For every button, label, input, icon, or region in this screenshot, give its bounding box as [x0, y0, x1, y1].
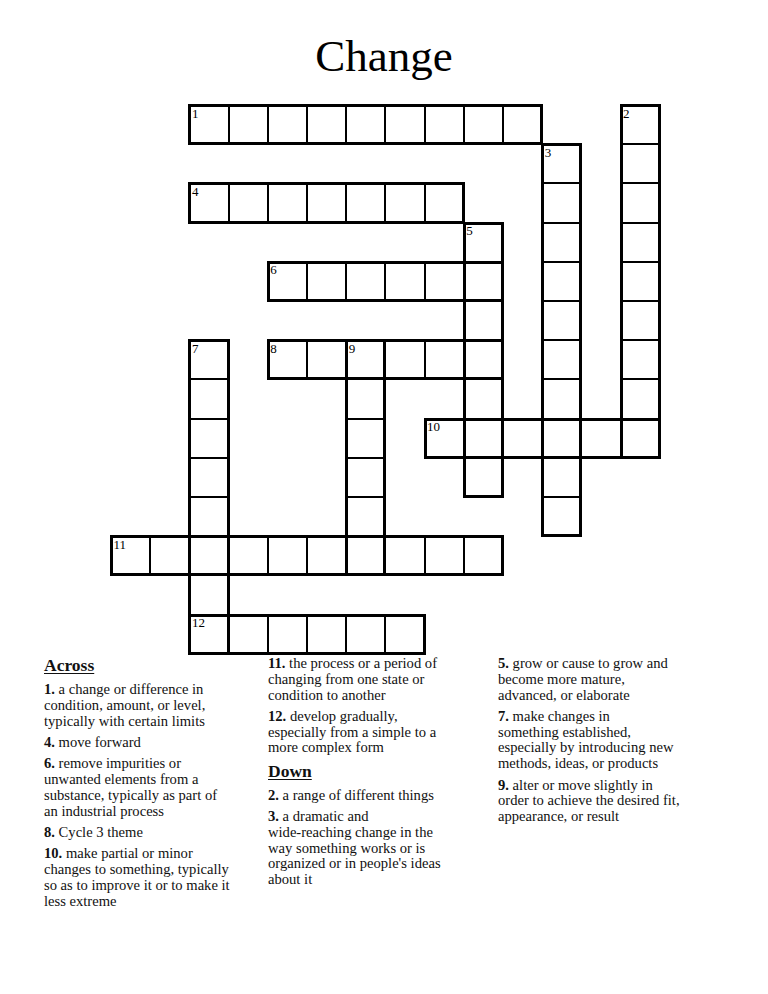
grid-cell[interactable]	[188, 182, 229, 223]
grid-cell[interactable]	[620, 339, 661, 380]
clue-across-1: 1. a change or difference in condition, …	[44, 682, 263, 729]
grid-cell[interactable]	[620, 104, 661, 145]
grid-cell[interactable]	[306, 339, 347, 380]
clue-down-2: 2. a range of different things	[268, 788, 488, 804]
grid-cell[interactable]	[188, 378, 229, 419]
grid-cell[interactable]	[424, 104, 465, 145]
grid-cell[interactable]	[463, 222, 504, 263]
crossword-page: Change 123456789101112 Across1. a change…	[0, 0, 768, 994]
down-heading: Down	[268, 762, 488, 780]
grid-cell[interactable]	[620, 300, 661, 341]
grid-cell[interactable]	[188, 574, 229, 615]
grid-cell[interactable]	[541, 339, 582, 380]
grid-cell[interactable]	[384, 261, 425, 302]
grid-cell[interactable]	[424, 418, 465, 459]
clue-column-1: Across1. a change or difference in condi…	[44, 656, 263, 915]
grid-cell[interactable]	[228, 104, 269, 145]
grid-cell[interactable]	[188, 535, 229, 576]
grid-cell[interactable]	[306, 182, 347, 223]
clue-down-5: 5. grow or cause to grow and become more…	[498, 656, 722, 703]
grid-cell[interactable]	[541, 457, 582, 498]
grid-cell[interactable]	[424, 535, 465, 576]
grid-cell[interactable]	[345, 378, 386, 419]
grid-cell[interactable]	[267, 339, 308, 380]
grid-cell[interactable]	[463, 457, 504, 498]
grid-cell[interactable]	[188, 104, 229, 145]
clue-across-12: 12. develop gradually, especially from a…	[268, 709, 488, 756]
grid-cell[interactable]	[580, 418, 621, 459]
grid-cell[interactable]	[463, 378, 504, 419]
grid-cell[interactable]	[306, 104, 347, 145]
grid-cell[interactable]	[345, 614, 386, 655]
grid-cell[interactable]	[267, 104, 308, 145]
grid-cell[interactable]	[541, 222, 582, 263]
grid-cell[interactable]	[541, 143, 582, 184]
grid-cell[interactable]	[267, 614, 308, 655]
grid-cell[interactable]	[384, 104, 425, 145]
grid-cell[interactable]	[463, 418, 504, 459]
grid-cell[interactable]	[110, 535, 151, 576]
grid-cell[interactable]	[188, 457, 229, 498]
grid-cell[interactable]	[149, 535, 190, 576]
grid-cell[interactable]	[502, 418, 543, 459]
grid-cell[interactable]	[267, 535, 308, 576]
grid-cell[interactable]	[345, 418, 386, 459]
grid-cell[interactable]	[463, 104, 504, 145]
grid-cell[interactable]	[463, 300, 504, 341]
grid-cell[interactable]	[620, 143, 661, 184]
grid-cell[interactable]	[541, 182, 582, 223]
grid-cell[interactable]	[620, 418, 661, 459]
grid-cell[interactable]	[620, 222, 661, 263]
clue-column-3: 5. grow or cause to grow and become more…	[498, 656, 722, 830]
grid-cell[interactable]	[228, 614, 269, 655]
grid-cell[interactable]	[541, 300, 582, 341]
crossword-grid: 123456789101112	[110, 104, 662, 656]
grid-cell[interactable]	[620, 261, 661, 302]
grid-cell[interactable]	[228, 535, 269, 576]
grid-cell[interactable]	[620, 182, 661, 223]
grid-cell[interactable]	[463, 261, 504, 302]
grid-cell[interactable]	[306, 614, 347, 655]
grid-cell[interactable]	[463, 535, 504, 576]
grid-cell[interactable]	[188, 339, 229, 380]
clue-across-6: 6. remove impurities or unwanted element…	[44, 756, 263, 819]
grid-cell[interactable]	[424, 261, 465, 302]
grid-cell[interactable]	[345, 261, 386, 302]
grid-cell[interactable]	[541, 496, 582, 537]
grid-cell[interactable]	[345, 339, 386, 380]
grid-cell[interactable]	[228, 182, 269, 223]
grid-cell[interactable]	[620, 378, 661, 419]
grid-cell[interactable]	[424, 182, 465, 223]
clue-across-8: 8. Cycle 3 theme	[44, 825, 263, 841]
grid-cell[interactable]	[384, 535, 425, 576]
grid-cell[interactable]	[345, 182, 386, 223]
clue-down-9: 9. alter or move slightly in order to ac…	[498, 778, 722, 825]
grid-cell[interactable]	[541, 418, 582, 459]
grid-cell[interactable]	[345, 535, 386, 576]
grid-cell[interactable]	[384, 614, 425, 655]
grid-cell[interactable]	[188, 418, 229, 459]
grid-cell[interactable]	[188, 614, 229, 655]
grid-cell[interactable]	[541, 261, 582, 302]
grid-cell[interactable]	[306, 535, 347, 576]
grid-cell[interactable]	[345, 104, 386, 145]
grid-cell[interactable]	[306, 261, 347, 302]
clue-down-3: 3. a dramatic and wide-reaching change i…	[268, 809, 488, 888]
clue-column-2: 11. the process or a period of changing …	[268, 656, 488, 894]
grid-cell[interactable]	[384, 339, 425, 380]
puzzle-title: Change	[0, 33, 768, 80]
grid-cell[interactable]	[463, 339, 504, 380]
clue-across-10: 10. make partial or minor changes to som…	[44, 846, 263, 909]
clue-down-7: 7. make changes in something established…	[498, 709, 722, 772]
clue-across-11: 11. the process or a period of changing …	[268, 656, 488, 703]
clue-across-4: 4. move forward	[44, 735, 263, 751]
grid-cell[interactable]	[345, 496, 386, 537]
grid-cell[interactable]	[345, 457, 386, 498]
across-heading: Across	[44, 656, 263, 674]
grid-cell[interactable]	[541, 378, 582, 419]
grid-cell[interactable]	[188, 496, 229, 537]
grid-cell[interactable]	[384, 182, 425, 223]
grid-cell[interactable]	[267, 261, 308, 302]
grid-cell[interactable]	[502, 104, 543, 145]
grid-cell[interactable]	[424, 339, 465, 380]
grid-cell[interactable]	[267, 182, 308, 223]
